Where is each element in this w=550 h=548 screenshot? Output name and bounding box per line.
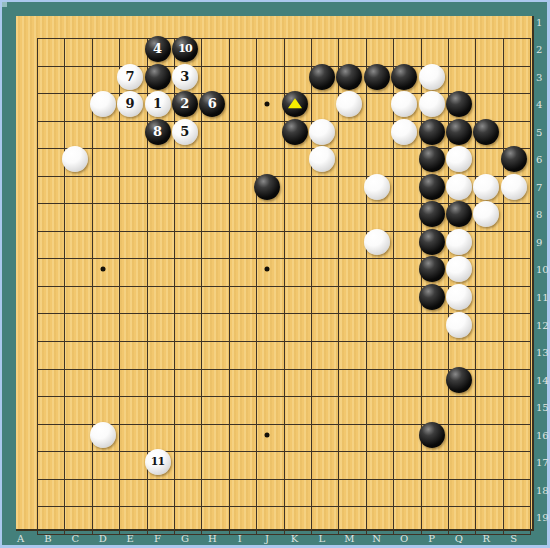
stone-black-S6[interactable] — [501, 146, 527, 172]
row-label-10: 10 — [536, 264, 549, 275]
stone-white-Q11[interactable] — [446, 284, 472, 310]
column-label-N: N — [372, 533, 381, 544]
row-label-8: 8 — [536, 209, 542, 220]
stone-white-L5[interactable] — [309, 119, 335, 145]
row-label-19: 19 — [536, 512, 549, 523]
stone-black-M3[interactable] — [336, 64, 362, 90]
triangle-marker-icon — [288, 98, 302, 108]
stone-black-P7[interactable] — [419, 174, 445, 200]
move-number-1: 1 — [153, 97, 162, 110]
stone-white-F17[interactable]: 11 — [145, 449, 171, 475]
stone-black-Q8[interactable] — [446, 201, 472, 227]
stone-black-O3[interactable] — [391, 64, 417, 90]
star-point-J16 — [265, 432, 270, 437]
stone-white-M4[interactable] — [336, 91, 362, 117]
column-label-G: G — [181, 533, 189, 544]
stone-black-G4[interactable]: 2 — [172, 91, 198, 117]
move-number-5: 5 — [180, 125, 189, 138]
stone-white-Q9[interactable] — [446, 229, 472, 255]
stone-white-Q10[interactable] — [446, 256, 472, 282]
stone-black-P16[interactable] — [419, 422, 445, 448]
stone-black-P11[interactable] — [419, 284, 445, 310]
move-number-8: 8 — [153, 125, 162, 138]
stone-white-D4[interactable] — [90, 91, 116, 117]
stone-white-G5[interactable]: 5 — [172, 119, 198, 145]
column-label-B: B — [44, 533, 51, 544]
row-label-7: 7 — [536, 181, 542, 192]
stone-white-R7[interactable] — [473, 174, 499, 200]
move-number-11: 11 — [151, 456, 164, 467]
column-label-E: E — [126, 533, 133, 544]
stone-white-L6[interactable] — [309, 146, 335, 172]
column-label-I: I — [238, 533, 242, 544]
stone-black-H4[interactable]: 6 — [199, 91, 225, 117]
row-label-14: 14 — [536, 374, 549, 385]
row-label-16: 16 — [536, 429, 549, 440]
column-label-C: C — [71, 533, 79, 544]
stone-white-O4[interactable] — [391, 91, 417, 117]
stone-black-P5[interactable] — [419, 119, 445, 145]
move-number-4: 4 — [153, 42, 162, 55]
column-label-Q: Q — [455, 533, 463, 544]
stone-black-Q5[interactable] — [446, 119, 472, 145]
stone-white-P4[interactable] — [419, 91, 445, 117]
row-label-12: 12 — [536, 319, 549, 330]
stone-white-G3[interactable]: 3 — [172, 64, 198, 90]
star-point-J4 — [265, 102, 270, 107]
column-label-J: J — [265, 533, 269, 544]
column-label-M: M — [344, 533, 354, 544]
go-app-window: 4107391268511ABCDEFGHIJKLMNOPQRS12345678… — [0, 0, 550, 548]
stone-white-Q6[interactable] — [446, 146, 472, 172]
row-label-15: 15 — [536, 402, 549, 413]
column-label-L: L — [319, 533, 326, 544]
row-label-9: 9 — [536, 236, 542, 247]
stone-white-P3[interactable] — [419, 64, 445, 90]
stone-black-L3[interactable] — [309, 64, 335, 90]
stone-white-R8[interactable] — [473, 201, 499, 227]
row-label-3: 3 — [536, 71, 542, 82]
row-label-4: 4 — [536, 99, 542, 110]
column-label-S: S — [510, 533, 517, 544]
stone-black-P6[interactable] — [419, 146, 445, 172]
stone-black-P10[interactable] — [419, 256, 445, 282]
move-number-10: 10 — [178, 43, 191, 54]
stone-white-E3[interactable]: 7 — [117, 64, 143, 90]
star-point-J10 — [265, 267, 270, 272]
column-label-D: D — [99, 533, 107, 544]
stone-black-F3[interactable] — [145, 64, 171, 90]
move-number-3: 3 — [180, 70, 189, 83]
row-label-2: 2 — [536, 44, 542, 55]
move-number-2: 2 — [180, 97, 189, 110]
row-label-6: 6 — [536, 154, 542, 165]
stone-white-N9[interactable] — [364, 229, 390, 255]
stone-black-P8[interactable] — [419, 201, 445, 227]
column-label-P: P — [428, 533, 435, 544]
column-label-R: R — [483, 533, 491, 544]
stone-black-F5[interactable]: 8 — [145, 119, 171, 145]
stone-black-P9[interactable] — [419, 229, 445, 255]
stone-black-J7[interactable] — [254, 174, 280, 200]
column-label-O: O — [400, 533, 408, 544]
stone-white-Q12[interactable] — [446, 312, 472, 338]
stone-black-G2[interactable]: 10 — [172, 36, 198, 62]
row-label-11: 11 — [536, 292, 549, 303]
column-label-K: K — [291, 533, 298, 544]
column-label-A: A — [17, 533, 24, 544]
stone-white-C6[interactable] — [62, 146, 88, 172]
stone-white-D16[interactable] — [90, 422, 116, 448]
stone-white-F4[interactable]: 1 — [145, 91, 171, 117]
move-number-9: 9 — [126, 97, 135, 110]
stone-black-Q4[interactable] — [446, 91, 472, 117]
row-label-1: 1 — [536, 16, 542, 27]
stone-black-N3[interactable] — [364, 64, 390, 90]
stone-black-K4[interactable] — [282, 91, 308, 117]
stone-white-N7[interactable] — [364, 174, 390, 200]
row-label-5: 5 — [536, 126, 542, 137]
stone-white-O5[interactable] — [391, 119, 417, 145]
row-label-18: 18 — [536, 484, 549, 495]
stone-black-K5[interactable] — [282, 119, 308, 145]
stone-black-F2[interactable]: 4 — [145, 36, 171, 62]
board-overlay: 4107391268511ABCDEFGHIJKLMNOPQRS12345678… — [0, 0, 550, 548]
row-label-13: 13 — [536, 347, 549, 358]
stone-black-Q14[interactable] — [446, 367, 472, 393]
stone-white-S7[interactable] — [501, 174, 527, 200]
stone-white-Q7[interactable] — [446, 174, 472, 200]
column-label-H: H — [208, 533, 217, 544]
column-label-F: F — [154, 533, 161, 544]
star-point-D10 — [100, 267, 105, 272]
stone-black-R5[interactable] — [473, 119, 499, 145]
move-number-7: 7 — [126, 70, 135, 83]
stone-white-E4[interactable]: 9 — [117, 91, 143, 117]
move-number-6: 6 — [208, 97, 217, 110]
row-label-17: 17 — [536, 457, 549, 468]
